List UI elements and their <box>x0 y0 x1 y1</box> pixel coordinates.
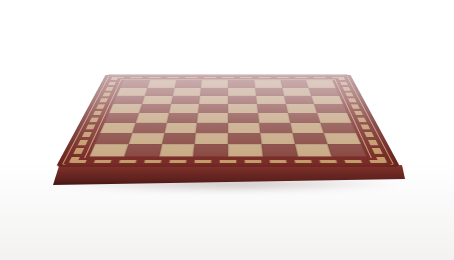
square-c2[interactable] <box>161 133 196 144</box>
square-c6[interactable] <box>171 96 201 104</box>
square-e5[interactable] <box>228 104 258 113</box>
square-h3[interactable] <box>321 123 357 133</box>
square-a7[interactable] <box>117 88 147 96</box>
square-d8[interactable] <box>201 80 228 87</box>
square-d7[interactable] <box>200 88 228 96</box>
square-f3[interactable] <box>259 123 292 133</box>
playing-area <box>89 80 366 156</box>
square-h4[interactable] <box>317 113 351 123</box>
square-g8[interactable] <box>280 80 309 87</box>
square-e1[interactable] <box>228 144 263 156</box>
square-d2[interactable] <box>195 133 228 144</box>
square-e4[interactable] <box>228 113 259 123</box>
square-b3[interactable] <box>132 123 166 133</box>
square-f8[interactable] <box>254 80 282 87</box>
square-b8[interactable] <box>147 80 176 87</box>
square-g1[interactable] <box>295 144 332 156</box>
square-b6[interactable] <box>142 96 173 104</box>
square-c7[interactable] <box>172 88 201 96</box>
square-h2[interactable] <box>324 133 361 144</box>
chessboard-photo <box>0 0 454 260</box>
square-d6[interactable] <box>199 96 228 104</box>
square-f7[interactable] <box>255 88 284 96</box>
square-b4[interactable] <box>135 113 168 123</box>
square-c1[interactable] <box>159 144 195 156</box>
square-b7[interactable] <box>145 88 175 96</box>
square-d1[interactable] <box>193 144 228 156</box>
square-g2[interactable] <box>292 133 328 144</box>
chessboard[interactable] <box>56 75 400 167</box>
square-g4[interactable] <box>288 113 321 123</box>
square-c4[interactable] <box>166 113 198 123</box>
square-h5[interactable] <box>314 104 347 113</box>
square-g3[interactable] <box>290 123 324 133</box>
square-f4[interactable] <box>258 113 290 123</box>
square-e6[interactable] <box>228 96 257 104</box>
square-d4[interactable] <box>197 113 228 123</box>
square-a3[interactable] <box>100 123 136 133</box>
square-h8[interactable] <box>306 80 335 87</box>
square-c3[interactable] <box>164 123 197 133</box>
square-a2[interactable] <box>95 133 132 144</box>
square-h7[interactable] <box>309 88 339 96</box>
square-e2[interactable] <box>228 133 261 144</box>
square-e7[interactable] <box>228 88 256 96</box>
perspective-wrapper <box>85 0 371 256</box>
square-f6[interactable] <box>256 96 286 104</box>
square-a6[interactable] <box>113 96 145 104</box>
square-a8[interactable] <box>120 80 149 87</box>
square-e8[interactable] <box>228 80 255 87</box>
square-c5[interactable] <box>169 104 200 113</box>
square-g7[interactable] <box>282 88 312 96</box>
square-b2[interactable] <box>128 133 164 144</box>
square-a5[interactable] <box>109 104 142 113</box>
square-g6[interactable] <box>284 96 315 104</box>
photo-background: { "game": "chess", "scene": "empty woode… <box>0 0 454 260</box>
square-g5[interactable] <box>285 104 317 113</box>
square-h1[interactable] <box>328 144 367 156</box>
square-c8[interactable] <box>174 80 202 87</box>
square-f2[interactable] <box>260 133 295 144</box>
square-a4[interactable] <box>105 113 139 123</box>
square-b5[interactable] <box>139 104 171 113</box>
square-d5[interactable] <box>198 104 228 113</box>
square-a1[interactable] <box>89 144 128 156</box>
square-b1[interactable] <box>124 144 161 156</box>
square-e3[interactable] <box>228 123 260 133</box>
square-h6[interactable] <box>311 96 343 104</box>
square-f5[interactable] <box>257 104 288 113</box>
square-f1[interactable] <box>261 144 297 156</box>
square-d3[interactable] <box>196 123 228 133</box>
